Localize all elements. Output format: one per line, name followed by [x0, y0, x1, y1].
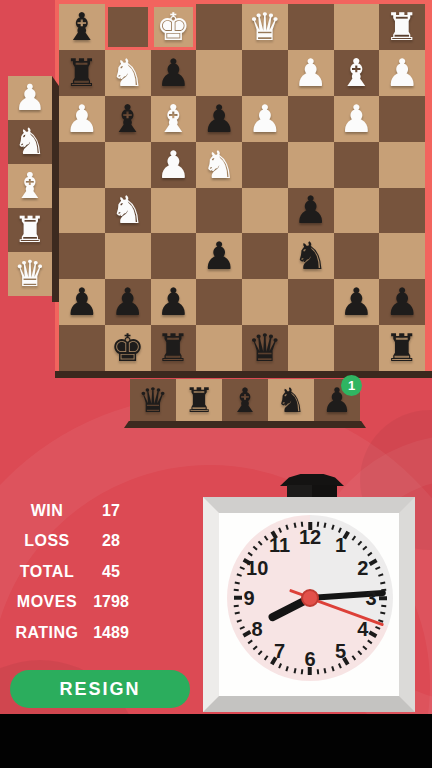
- stat-label: RATING: [14, 624, 80, 642]
- chess-clock: 123456789101112: [203, 497, 415, 712]
- clock-number-3: 3: [365, 587, 376, 610]
- clock-minute-tick: [278, 527, 282, 532]
- square-h5[interactable]: [59, 188, 105, 234]
- stat-label: TOTAL: [14, 563, 80, 581]
- captured-black-tray-edge: [124, 421, 366, 428]
- square-h2[interactable]: ♜: [59, 50, 105, 96]
- tray-cell-queen: ♛: [130, 379, 176, 421]
- clock-minute-tick: [324, 668, 327, 673]
- clock-number-11: 11: [269, 534, 290, 557]
- clock-minute-tick: [278, 664, 282, 669]
- square-d3[interactable]: ♟: [242, 96, 288, 142]
- square-e6[interactable]: ♟: [196, 233, 242, 279]
- tray-cell-rook: ♜: [8, 208, 52, 252]
- clock-hour-tick: [368, 631, 377, 638]
- stat-label: LOSS: [14, 532, 80, 550]
- clock-minute-tick: [239, 626, 244, 630]
- black-rook-piece[interactable]: ♜: [176, 379, 222, 421]
- square-a4[interactable]: [379, 142, 425, 188]
- black-pawn-piece[interactable]: ♟: [105, 279, 151, 325]
- clock-minute-tick: [380, 612, 385, 615]
- clock-minute-tick: [358, 540, 362, 545]
- black-queen-piece[interactable]: ♛: [130, 379, 176, 421]
- black-bishop-piece[interactable]: ♝: [59, 4, 105, 50]
- white-knight-piece[interactable]: ♞: [8, 120, 52, 164]
- square-e1[interactable]: [196, 4, 242, 50]
- stat-row-total: TOTAL 45: [14, 561, 136, 582]
- clock-minute-tick: [252, 646, 257, 650]
- white-bishop-piece[interactable]: ♝: [8, 164, 52, 208]
- white-pawn-piece[interactable]: ♟: [59, 96, 105, 142]
- clock-minute-tick: [376, 626, 381, 630]
- white-queen-piece[interactable]: ♛: [242, 4, 288, 50]
- board-shadow: [55, 371, 432, 378]
- clock-minute-tick: [331, 525, 334, 530]
- clock-minute-tick: [352, 535, 356, 540]
- square-f8[interactable]: ♜: [151, 325, 197, 371]
- square-c6[interactable]: ♞: [288, 233, 334, 279]
- square-e4[interactable]: ♞: [196, 142, 242, 188]
- square-c8[interactable]: [288, 325, 334, 371]
- square-h3[interactable]: ♟: [59, 96, 105, 142]
- square-c4[interactable]: [288, 142, 334, 188]
- stat-value: 45: [86, 563, 136, 581]
- square-a3[interactable]: [379, 96, 425, 142]
- square-a1[interactable]: ♜: [379, 4, 425, 50]
- square-d7[interactable]: [242, 279, 288, 325]
- clock-minute-tick: [324, 523, 327, 528]
- square-b1[interactable]: [334, 4, 380, 50]
- clock-minute-tick: [338, 527, 342, 532]
- clock-number-12: 12: [299, 526, 321, 549]
- white-rook-piece[interactable]: ♜: [8, 208, 52, 252]
- clock-minute-tick: [301, 670, 303, 675]
- stat-value: 28: [86, 532, 136, 550]
- captured-black-tray: ♛♜♝♞♟1: [130, 379, 360, 421]
- black-bishop-piece[interactable]: ♝: [105, 96, 151, 142]
- resign-button[interactable]: RESIGN: [10, 670, 190, 708]
- captured-white-tray-edge: [52, 76, 59, 302]
- square-h6[interactable]: [59, 233, 105, 279]
- black-bishop-piece[interactable]: ♝: [222, 379, 268, 421]
- square-a7[interactable]: ♟: [379, 279, 425, 325]
- clock-hour-tick: [234, 596, 242, 600]
- square-h8[interactable]: [59, 325, 105, 371]
- square-d5[interactable]: [242, 188, 288, 234]
- square-f5[interactable]: [151, 188, 197, 234]
- clock-minute-tick: [363, 546, 368, 550]
- black-pawn-piece[interactable]: ♟: [334, 279, 380, 325]
- white-king-piece[interactable]: ♚: [151, 4, 197, 50]
- tray-cell-bishop: ♝: [222, 379, 268, 421]
- white-bishop-piece[interactable]: ♝: [151, 96, 197, 142]
- square-b7[interactable]: ♟: [334, 279, 380, 325]
- black-pawn-piece[interactable]: ♟: [288, 188, 334, 234]
- captured-count-badge: 1: [341, 375, 362, 396]
- square-b3[interactable]: ♟: [334, 96, 380, 142]
- clock-minute-tick: [368, 552, 373, 556]
- navigation-bar: [0, 714, 432, 768]
- clock-minute-tick: [237, 619, 242, 622]
- clock-minute-tick: [235, 581, 240, 584]
- clock-hour-tick: [368, 558, 377, 565]
- square-f2[interactable]: ♟: [151, 50, 197, 96]
- tray-cell-knight: ♞: [268, 379, 314, 421]
- white-pawn-piece[interactable]: ♟: [334, 96, 380, 142]
- square-b8[interactable]: [334, 325, 380, 371]
- square-h4[interactable]: [59, 142, 105, 188]
- square-b2[interactable]: ♝: [334, 50, 380, 96]
- white-pawn-piece[interactable]: ♟: [379, 50, 425, 96]
- clock-number-1: 1: [335, 534, 346, 557]
- clock-minute-tick: [258, 540, 262, 545]
- black-pawn-piece[interactable]: ♟: [151, 50, 197, 96]
- clock-minute-tick: [380, 581, 385, 584]
- stat-row-win: WIN 17: [14, 500, 136, 521]
- square-g6[interactable]: [105, 233, 151, 279]
- square-a8[interactable]: ♜: [379, 325, 425, 371]
- black-knight-piece[interactable]: ♞: [288, 233, 334, 279]
- clock-minute-tick: [358, 651, 362, 656]
- clock-minute-tick: [382, 605, 387, 607]
- square-d2[interactable]: [242, 50, 288, 96]
- black-king-piece[interactable]: ♚: [105, 325, 151, 371]
- clock-number-10: 10: [246, 556, 268, 579]
- square-g4[interactable]: [105, 142, 151, 188]
- square-a2[interactable]: ♟: [379, 50, 425, 96]
- black-pawn-piece[interactable]: ♟: [59, 279, 105, 325]
- white-pawn-piece[interactable]: ♟: [288, 50, 334, 96]
- clock-minute-tick: [376, 566, 381, 570]
- tray-cell-rook: ♜: [176, 379, 222, 421]
- black-rook-piece[interactable]: ♜: [151, 325, 197, 371]
- black-pawn-piece[interactable]: ♟: [196, 233, 242, 279]
- clock-number-4: 4: [357, 617, 368, 640]
- clock-number-2: 2: [357, 556, 368, 579]
- clock-number-8: 8: [252, 617, 263, 640]
- stat-row-moves: MOVES 1798: [14, 592, 136, 613]
- stat-value: 1489: [86, 624, 136, 642]
- clock-number-6: 6: [304, 648, 315, 671]
- clock-minute-tick: [285, 525, 288, 530]
- square-g5[interactable]: ♞: [105, 188, 151, 234]
- chess-board[interactable]: ♝♚♛♜♜♞♟♟♝♟♟♝♝♟♟♟♟♞♞♟♟♞♟♟♟♟♟♚♜♛♜: [59, 4, 425, 371]
- clock-minute-tick: [285, 666, 288, 671]
- white-pawn-piece[interactable]: ♟: [151, 142, 197, 188]
- black-rook-piece[interactable]: ♜: [59, 50, 105, 96]
- clock-minute-tick: [234, 605, 239, 607]
- square-f3[interactable]: ♝: [151, 96, 197, 142]
- clock-minute-tick: [264, 656, 268, 661]
- stats-panel: WIN 17 LOSS 28 TOTAL 45 MOVES 1798 RATIN…: [14, 500, 136, 643]
- square-c3[interactable]: [288, 96, 334, 142]
- clock-minute-tick: [352, 656, 356, 661]
- square-a5[interactable]: [379, 188, 425, 234]
- stat-value: 1798: [86, 593, 136, 611]
- square-b4[interactable]: [334, 142, 380, 188]
- square-c1[interactable]: [288, 4, 334, 50]
- tray-cell-knight: ♞: [8, 120, 52, 164]
- clock-minute-tick: [252, 546, 257, 550]
- square-e3[interactable]: ♟: [196, 96, 242, 142]
- square-e2[interactable]: [196, 50, 242, 96]
- square-d8[interactable]: ♛: [242, 325, 288, 371]
- white-knight-piece[interactable]: ♞: [105, 188, 151, 234]
- stat-label: MOVES: [14, 593, 80, 611]
- clock-minute-tick: [317, 670, 319, 675]
- clock-face: 123456789101112: [227, 515, 393, 681]
- square-e8[interactable]: [196, 325, 242, 371]
- clock-number-9: 9: [243, 587, 254, 610]
- square-c2[interactable]: ♟: [288, 50, 334, 96]
- clock-minute-tick: [363, 646, 368, 650]
- black-rook-piece[interactable]: ♜: [379, 325, 425, 371]
- stat-row-loss: LOSS 28: [14, 531, 136, 552]
- square-f6[interactable]: [151, 233, 197, 279]
- square-f1[interactable]: ♚: [151, 4, 197, 50]
- square-g1[interactable]: [105, 4, 151, 50]
- square-g8[interactable]: ♚: [105, 325, 151, 371]
- square-d6[interactable]: [242, 233, 288, 279]
- square-d4[interactable]: [242, 142, 288, 188]
- black-knight-piece[interactable]: ♞: [268, 379, 314, 421]
- black-pawn-piece[interactable]: ♟: [196, 96, 242, 142]
- square-a6[interactable]: [379, 233, 425, 279]
- white-pawn-piece[interactable]: ♟: [242, 96, 288, 142]
- clock-hour-tick: [379, 596, 387, 600]
- white-queen-piece[interactable]: ♛: [8, 252, 52, 296]
- black-pawn-piece[interactable]: ♟: [151, 279, 197, 325]
- black-pawn-piece[interactable]: ♟: [379, 279, 425, 325]
- tray-cell-pawn: ♟: [8, 76, 52, 120]
- square-d1[interactable]: ♛: [242, 4, 288, 50]
- clock-minute-tick: [338, 664, 342, 669]
- black-queen-piece[interactable]: ♛: [242, 325, 288, 371]
- square-b6[interactable]: [334, 233, 380, 279]
- square-g7[interactable]: ♟: [105, 279, 151, 325]
- clock-minute-tick: [237, 573, 242, 576]
- clock-number-7: 7: [274, 639, 285, 662]
- square-h1[interactable]: ♝: [59, 4, 105, 50]
- tray-cell-bishop: ♝: [8, 164, 52, 208]
- clock-minute-tick: [293, 523, 296, 528]
- tray-cell-queen: ♛: [8, 252, 52, 296]
- square-g3[interactable]: ♝: [105, 96, 151, 142]
- clock-hour-tick: [243, 631, 252, 638]
- stat-label: WIN: [14, 502, 80, 520]
- white-knight-piece[interactable]: ♞: [196, 142, 242, 188]
- stat-row-rating: RATING 1489: [14, 622, 136, 643]
- square-f7[interactable]: ♟: [151, 279, 197, 325]
- clock-minute-tick: [258, 651, 262, 656]
- square-g2[interactable]: ♞: [105, 50, 151, 96]
- tray-cell-pawn: ♟1: [314, 379, 360, 421]
- white-pawn-piece[interactable]: ♟: [8, 76, 52, 120]
- clock-number-5: 5: [335, 639, 346, 662]
- square-e5[interactable]: [196, 188, 242, 234]
- clock-minute-tick: [239, 566, 244, 570]
- app-screen: ♝♚♛♜♜♞♟♟♝♟♟♝♝♟♟♟♟♞♞♟♟♞♟♟♟♟♟♚♜♛♜ ♟♞♝♜♛ ♛♜…: [0, 0, 432, 768]
- white-bishop-piece[interactable]: ♝: [334, 50, 380, 96]
- white-rook-piece[interactable]: ♜: [379, 4, 425, 50]
- white-knight-piece[interactable]: ♞: [105, 50, 151, 96]
- clock-minute-tick: [368, 640, 373, 644]
- square-c7[interactable]: [288, 279, 334, 325]
- clock-minute-tick: [378, 573, 383, 576]
- stat-value: 17: [86, 502, 136, 520]
- square-f4[interactable]: ♟: [151, 142, 197, 188]
- clock-minute-tick: [247, 640, 252, 644]
- clock-minute-tick: [264, 535, 268, 540]
- clock-minute-tick: [331, 666, 334, 671]
- square-c5[interactable]: ♟: [288, 188, 334, 234]
- clock-minute-tick: [234, 589, 239, 591]
- square-e7[interactable]: [196, 279, 242, 325]
- square-b5[interactable]: [334, 188, 380, 234]
- square-h7[interactable]: ♟: [59, 279, 105, 325]
- clock-center-cap: [301, 589, 319, 607]
- chess-board-frame: ♝♚♛♜♜♞♟♟♝♟♟♝♝♟♟♟♟♞♞♟♟♞♟♟♟♟♟♚♜♛♜: [55, 0, 432, 371]
- clock-minute-tick: [235, 612, 240, 615]
- captured-white-tray: ♟♞♝♜♛: [8, 76, 52, 296]
- clock-minute-tick: [293, 668, 296, 673]
